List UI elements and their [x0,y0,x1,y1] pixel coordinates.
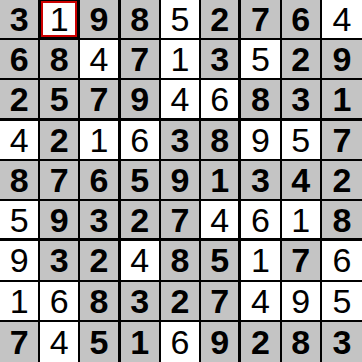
cell-r4c2[interactable]: 2 [40,121,80,161]
cell-r6c6[interactable]: 4 [201,201,241,241]
cell-r3c2[interactable]: 5 [40,80,80,120]
cell-r5c6[interactable]: 1 [201,161,241,201]
cell-r6c8[interactable]: 1 [282,201,322,241]
cell-r1c3[interactable]: 9 [80,0,120,40]
cell-r3c6[interactable]: 6 [201,80,241,120]
cell-r7c5[interactable]: 8 [161,241,201,281]
cell-r9c9[interactable]: 3 [322,322,362,362]
cell-r1c2[interactable]: 1 [40,0,80,40]
cell-r1c7[interactable]: 7 [241,0,281,40]
cell-r7c1[interactable]: 9 [0,241,40,281]
cell-r4c4[interactable]: 6 [121,121,161,161]
cell-r2c7[interactable]: 5 [241,40,281,80]
cell-r7c9[interactable]: 6 [322,241,362,281]
cell-r8c9[interactable]: 5 [322,282,362,322]
cell-r5c3[interactable]: 6 [80,161,120,201]
cell-r9c6[interactable]: 9 [201,322,241,362]
cell-r5c7[interactable]: 3 [241,161,281,201]
cell-r4c6[interactable]: 8 [201,121,241,161]
cell-r5c9[interactable]: 2 [322,161,362,201]
cell-r8c4[interactable]: 3 [121,282,161,322]
cell-r1c6[interactable]: 2 [201,0,241,40]
cell-r4c1[interactable]: 4 [0,121,40,161]
cell-r6c3[interactable]: 3 [80,201,120,241]
cell-r9c7[interactable]: 2 [241,322,281,362]
cell-r7c6[interactable]: 5 [201,241,241,281]
cell-r1c1[interactable]: 3 [0,0,40,40]
cell-r7c2[interactable]: 3 [40,241,80,281]
cell-r9c4[interactable]: 1 [121,322,161,362]
cell-r8c6[interactable]: 7 [201,282,241,322]
cell-r6c7[interactable]: 6 [241,201,281,241]
cell-r2c4[interactable]: 7 [121,40,161,80]
cell-r5c2[interactable]: 7 [40,161,80,201]
cell-r8c7[interactable]: 4 [241,282,281,322]
cell-r9c3[interactable]: 5 [80,322,120,362]
cell-r3c7[interactable]: 8 [241,80,281,120]
cell-r7c3[interactable]: 2 [80,241,120,281]
cell-r3c3[interactable]: 7 [80,80,120,120]
cell-r6c4[interactable]: 2 [121,201,161,241]
cell-r7c7[interactable]: 1 [241,241,281,281]
cell-r4c3[interactable]: 1 [80,121,120,161]
cell-r5c1[interactable]: 8 [0,161,40,201]
cell-r2c8[interactable]: 2 [282,40,322,80]
cell-r5c5[interactable]: 9 [161,161,201,201]
cell-r8c5[interactable]: 2 [161,282,201,322]
cell-r9c5[interactable]: 6 [161,322,201,362]
cell-r6c1[interactable]: 5 [0,201,40,241]
cell-r2c6[interactable]: 3 [201,40,241,80]
cell-r2c2[interactable]: 8 [40,40,80,80]
cell-r5c8[interactable]: 4 [282,161,322,201]
cell-r3c8[interactable]: 3 [282,80,322,120]
cell-r2c1[interactable]: 6 [0,40,40,80]
cell-r3c1[interactable]: 2 [0,80,40,120]
cell-r9c2[interactable]: 4 [40,322,80,362]
cell-r1c4[interactable]: 8 [121,0,161,40]
cell-r9c1[interactable]: 7 [0,322,40,362]
cell-r8c1[interactable]: 1 [0,282,40,322]
cell-r5c4[interactable]: 5 [121,161,161,201]
cell-r9c8[interactable]: 8 [282,322,322,362]
cell-r3c5[interactable]: 4 [161,80,201,120]
cell-r1c5[interactable]: 5 [161,0,201,40]
cell-r6c5[interactable]: 7 [161,201,201,241]
cell-r8c3[interactable]: 8 [80,282,120,322]
cell-r1c9[interactable]: 4 [322,0,362,40]
cell-r2c9[interactable]: 9 [322,40,362,80]
cell-r3c4[interactable]: 9 [121,80,161,120]
cell-r4c7[interactable]: 9 [241,121,281,161]
cell-r7c8[interactable]: 7 [282,241,322,281]
cell-r6c2[interactable]: 9 [40,201,80,241]
cell-r7c4[interactable]: 4 [121,241,161,281]
cell-r1c8[interactable]: 6 [282,0,322,40]
cell-r2c5[interactable]: 1 [161,40,201,80]
cell-r8c2[interactable]: 6 [40,282,80,322]
cell-r2c3[interactable]: 4 [80,40,120,80]
cell-r4c9[interactable]: 7 [322,121,362,161]
cell-r6c9[interactable]: 8 [322,201,362,241]
cell-r4c5[interactable]: 3 [161,121,201,161]
cell-r4c8[interactable]: 5 [282,121,322,161]
cell-r3c9[interactable]: 1 [322,80,362,120]
cell-r8c8[interactable]: 9 [282,282,322,322]
sudoku-board: 3198527646847135292579468314216389578765… [0,0,362,362]
